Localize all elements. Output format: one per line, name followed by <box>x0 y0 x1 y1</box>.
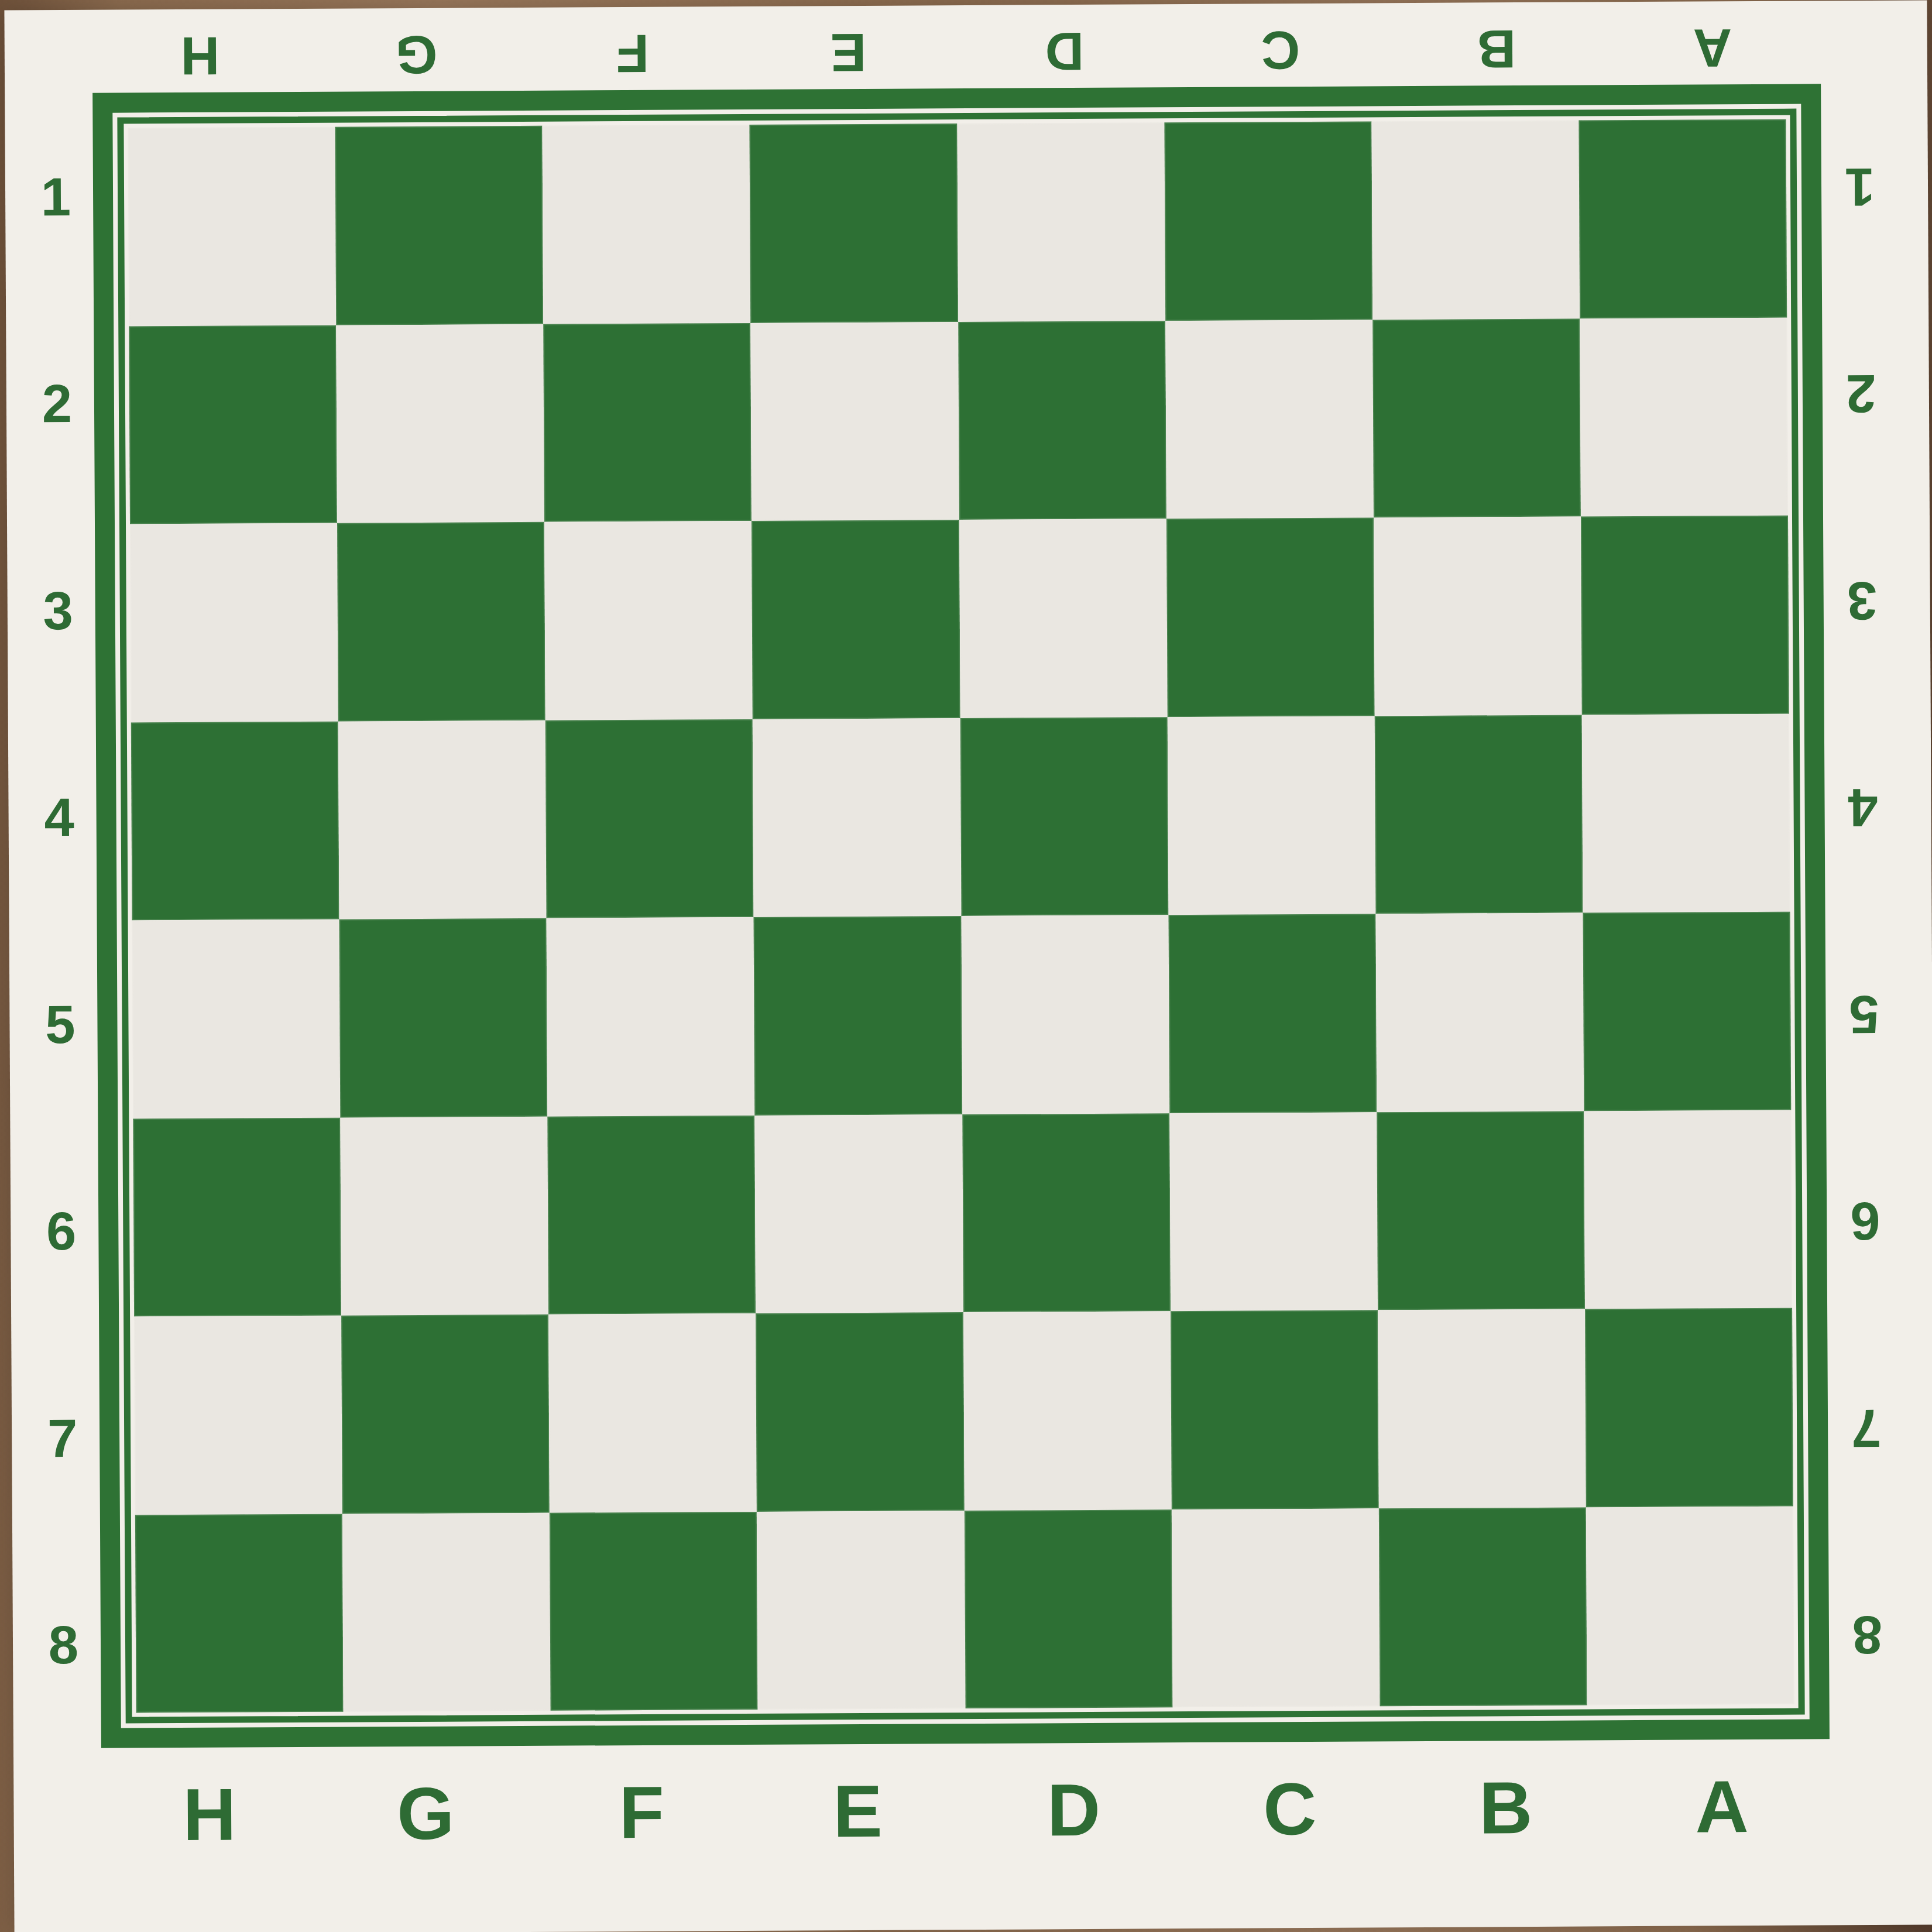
square-c3[interactable] <box>1166 517 1375 716</box>
square-b8[interactable] <box>1379 1507 1587 1706</box>
square-a7[interactable] <box>1585 1308 1793 1507</box>
coord-cell: F <box>524 6 741 91</box>
rank-label-right-5: 5 <box>1849 988 1879 1042</box>
coord-cell: 2 <box>1822 290 1930 497</box>
square-c7[interactable] <box>1171 1310 1379 1509</box>
rank-label-left-4: 4 <box>44 790 74 844</box>
rank-label-right-6: 6 <box>1850 1195 1880 1248</box>
rank-labels-right: 12345678 <box>1821 83 1932 1739</box>
square-d5[interactable] <box>961 915 1169 1114</box>
square-f8[interactable] <box>550 1511 758 1710</box>
rank-labels-left: 12345678 <box>5 93 101 1749</box>
coord-cell: A <box>1614 1739 1831 1926</box>
rank-label-right-1: 1 <box>1845 160 1875 214</box>
coord-cell: A <box>1604 1 1821 85</box>
square-g4[interactable] <box>338 720 547 919</box>
coord-cell: 6 <box>10 1127 99 1334</box>
file-label-bottom-c: C <box>1263 1772 1317 1846</box>
file-label-top-c: C <box>1261 23 1300 77</box>
coord-cell: 5 <box>1825 911 1932 1118</box>
square-a8[interactable] <box>1586 1506 1794 1705</box>
square-c4[interactable] <box>1167 716 1375 915</box>
coord-cell: E <box>749 1744 966 1931</box>
file-label-bottom-a: A <box>1695 1770 1749 1844</box>
square-c1[interactable] <box>1164 121 1372 320</box>
file-labels-top: HGFEDCBA <box>92 1 1821 92</box>
coord-cell: C <box>1172 3 1389 87</box>
square-d2[interactable] <box>958 321 1166 520</box>
square-b6[interactable] <box>1377 1111 1585 1310</box>
file-label-top-g: G <box>395 28 437 82</box>
square-f5[interactable] <box>547 917 755 1116</box>
square-c2[interactable] <box>1165 320 1374 519</box>
square-f4[interactable] <box>545 719 754 918</box>
square-g5[interactable] <box>339 918 548 1117</box>
rank-label-right-2: 2 <box>1846 367 1876 421</box>
file-labels-bottom: HGFEDCBA <box>101 1739 1831 1932</box>
square-b5[interactable] <box>1375 913 1584 1112</box>
coord-cell: 1 <box>1821 83 1928 290</box>
square-d6[interactable] <box>962 1113 1171 1312</box>
square-f2[interactable] <box>543 322 751 521</box>
square-g7[interactable] <box>341 1315 550 1514</box>
coord-cell: H <box>92 9 308 93</box>
square-g2[interactable] <box>336 324 544 523</box>
square-g1[interactable] <box>335 126 544 325</box>
square-e4[interactable] <box>753 718 961 917</box>
file-label-bottom-f: F <box>619 1776 665 1849</box>
coord-cell: 3 <box>7 507 96 714</box>
coord-cell: 1 <box>5 93 94 300</box>
square-a3[interactable] <box>1581 516 1789 715</box>
square-d4[interactable] <box>960 717 1168 916</box>
vinyl-chess-mat: HGFEDCBA 12345678 12345678 HGFEDCBA <box>4 0 1932 1932</box>
square-e3[interactable] <box>751 520 960 719</box>
coord-cell: D <box>956 4 1173 88</box>
mat-layout: HGFEDCBA 12345678 12345678 HGFEDCBA <box>4 0 1932 1932</box>
rank-label-right-7: 7 <box>1851 1402 1882 1456</box>
file-label-top-f: F <box>616 27 649 81</box>
square-h3[interactable] <box>130 523 338 722</box>
coord-cell: D <box>965 1742 1182 1930</box>
rank-label-left-2: 2 <box>42 376 73 430</box>
coord-cell: C <box>1182 1741 1399 1928</box>
rank-label-right-4: 4 <box>1848 781 1878 835</box>
square-e8[interactable] <box>757 1511 965 1710</box>
square-d3[interactable] <box>959 519 1167 718</box>
coord-cell: H <box>101 1747 318 1932</box>
board-inner-border <box>117 109 1804 1724</box>
coord-cell: 4 <box>8 713 97 921</box>
square-a1[interactable] <box>1578 119 1787 318</box>
square-a2[interactable] <box>1580 317 1788 516</box>
coord-cell: 7 <box>1827 1324 1932 1532</box>
coord-cell: 7 <box>11 1334 100 1542</box>
file-label-top-h: H <box>181 29 220 83</box>
square-h7[interactable] <box>134 1316 342 1515</box>
square-h8[interactable] <box>135 1514 344 1713</box>
chess-board-grid <box>128 119 1794 1713</box>
square-b7[interactable] <box>1378 1309 1586 1508</box>
square-g6[interactable] <box>340 1116 548 1315</box>
file-label-top-e: E <box>831 26 867 80</box>
rank-label-left-3: 3 <box>43 584 73 637</box>
square-h1[interactable] <box>128 127 336 326</box>
coord-cell: G <box>308 8 525 92</box>
square-g3[interactable] <box>337 522 545 721</box>
square-f6[interactable] <box>548 1115 756 1314</box>
square-f3[interactable] <box>544 521 753 720</box>
rank-label-left-1: 1 <box>41 170 71 224</box>
coord-cell: B <box>1398 1740 1615 1927</box>
square-b4[interactable] <box>1375 715 1583 914</box>
square-c6[interactable] <box>1169 1112 1378 1311</box>
square-d7[interactable] <box>963 1311 1172 1510</box>
rank-label-right-8: 8 <box>1852 1608 1883 1662</box>
square-c5[interactable] <box>1168 914 1377 1113</box>
square-g8[interactable] <box>342 1512 551 1711</box>
file-label-bottom-b: B <box>1479 1771 1533 1845</box>
coord-cell: 8 <box>1828 1532 1932 1739</box>
square-h4[interactable] <box>131 721 339 920</box>
coord-cell: 5 <box>9 921 98 1128</box>
file-label-bottom-d: D <box>1047 1773 1101 1847</box>
rank-label-left-6: 6 <box>46 1204 77 1258</box>
square-c8[interactable] <box>1171 1508 1379 1707</box>
square-a4[interactable] <box>1582 713 1790 912</box>
square-e1[interactable] <box>750 123 958 322</box>
square-b2[interactable] <box>1372 318 1581 517</box>
square-a6[interactable] <box>1584 1110 1792 1309</box>
square-b3[interactable] <box>1374 517 1582 716</box>
wooden-table-surface: { "game": "chess", "board_style": "green… <box>0 0 1932 1932</box>
square-b1[interactable] <box>1371 121 1580 320</box>
rank-label-left-8: 8 <box>49 1618 79 1672</box>
file-label-bottom-e: E <box>833 1775 883 1848</box>
square-d1[interactable] <box>957 122 1165 321</box>
coord-cell: F <box>533 1745 750 1932</box>
square-f1[interactable] <box>543 125 751 324</box>
square-e5[interactable] <box>754 916 962 1115</box>
file-label-top-a: A <box>1693 21 1732 75</box>
coord-cell: 8 <box>12 1541 101 1748</box>
coord-cell: B <box>1388 2 1605 86</box>
square-h6[interactable] <box>133 1117 341 1316</box>
rank-label-left-5: 5 <box>45 997 76 1051</box>
rank-label-right-3: 3 <box>1847 574 1878 628</box>
coord-cell: 2 <box>6 300 95 507</box>
square-e7[interactable] <box>756 1312 964 1511</box>
square-e6[interactable] <box>755 1114 963 1313</box>
rank-label-left-7: 7 <box>47 1411 78 1465</box>
coord-cell: 4 <box>1824 704 1932 911</box>
square-f7[interactable] <box>548 1313 757 1512</box>
file-label-top-d: D <box>1045 25 1084 78</box>
coord-cell: 6 <box>1826 1118 1932 1325</box>
square-h2[interactable] <box>129 325 337 524</box>
square-h5[interactable] <box>132 919 341 1118</box>
file-label-top-b: B <box>1477 22 1516 76</box>
file-label-bottom-h: H <box>183 1778 236 1852</box>
coord-cell: E <box>740 5 957 90</box>
file-label-bottom-g: G <box>397 1777 455 1851</box>
square-e2[interactable] <box>751 322 959 521</box>
square-d8[interactable] <box>964 1509 1172 1708</box>
square-a5[interactable] <box>1583 912 1791 1111</box>
coord-cell: 3 <box>1823 497 1931 704</box>
coord-cell: G <box>317 1746 534 1932</box>
board-outer-border <box>92 84 1830 1748</box>
